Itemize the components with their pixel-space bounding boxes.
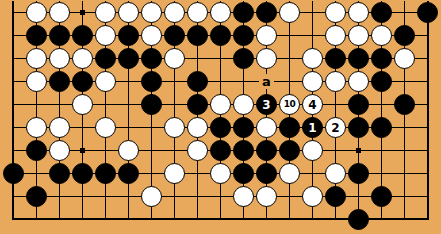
black-stone (3, 163, 24, 184)
white-stone (164, 2, 185, 23)
board-point-19-7 (416, 139, 439, 162)
white-stone (95, 25, 116, 46)
board-point-4-7 (71, 139, 94, 162)
white-stone (325, 2, 346, 23)
board-point-16-1 (347, 1, 370, 24)
board-point-18-10 (393, 208, 416, 231)
board-point-10-6 (209, 116, 232, 139)
board-point-2-4 (25, 70, 48, 93)
board-point-18-5 (393, 93, 416, 116)
board-point-10-3 (209, 47, 232, 70)
black-stone (279, 140, 300, 161)
black-stone (118, 48, 139, 69)
board-point-19-5 (416, 93, 439, 116)
board-point-4-4 (71, 70, 94, 93)
board-point-2-3 (25, 47, 48, 70)
board-point-17-3 (370, 47, 393, 70)
board-point-8-6 (163, 116, 186, 139)
black-stone (141, 71, 162, 92)
white-stone (118, 2, 139, 23)
white-stone (233, 94, 254, 115)
board-point-12-2 (255, 24, 278, 47)
board-point-1-1 (2, 1, 25, 24)
board-point-11-9 (232, 185, 255, 208)
black-stone (26, 25, 47, 46)
board-point-3-1 (48, 1, 71, 24)
board-point-5-3 (94, 47, 117, 70)
board-point-3-7 (48, 139, 71, 162)
board-point-13-1 (278, 1, 301, 24)
black-stone (95, 48, 116, 69)
board-point-6-7 (117, 139, 140, 162)
board-point-3-3 (48, 47, 71, 70)
board-point-7-9 (140, 185, 163, 208)
board-point-8-3 (163, 47, 186, 70)
black-stone (118, 163, 139, 184)
board-point-13-2 (278, 24, 301, 47)
board-point-15-2 (324, 24, 347, 47)
board-point-12-3 (255, 47, 278, 70)
board-point-12-8 (255, 162, 278, 185)
board-point-3-6 (48, 116, 71, 139)
board-point-18-9 (393, 185, 416, 208)
white-stone (72, 94, 93, 115)
board-point-19-9 (416, 185, 439, 208)
board-point-12-5: 3 (255, 93, 278, 116)
black-stone (256, 2, 277, 23)
black-stone (279, 117, 300, 138)
board-point-19-4 (416, 70, 439, 93)
white-stone (325, 25, 346, 46)
board-point-9-7 (186, 139, 209, 162)
board-point-6-9 (117, 185, 140, 208)
board-point-4-8 (71, 162, 94, 185)
board-point-19-8 (416, 162, 439, 185)
board-point-10-7 (209, 139, 232, 162)
black-stone (187, 25, 208, 46)
board-point-8-1 (163, 1, 186, 24)
black-stone (187, 71, 208, 92)
board-point-8-4 (163, 70, 186, 93)
black-stone (210, 140, 231, 161)
board-point-15-10 (324, 208, 347, 231)
board-point-8-2 (163, 24, 186, 47)
white-stone-move-10: 10 (279, 94, 300, 115)
black-stone (49, 71, 70, 92)
white-stone (49, 48, 70, 69)
black-stone (72, 25, 93, 46)
board-point-9-5 (186, 93, 209, 116)
board-point-17-8 (370, 162, 393, 185)
black-stone (348, 163, 369, 184)
black-stone (118, 25, 139, 46)
white-stone (279, 2, 300, 23)
black-stone (233, 25, 254, 46)
white-stone (95, 117, 116, 138)
board-point-6-10 (117, 208, 140, 231)
board-point-5-4 (94, 70, 117, 93)
black-stone (417, 2, 438, 23)
board-point-8-8 (163, 162, 186, 185)
board-point-7-3 (140, 47, 163, 70)
black-stone (371, 2, 392, 23)
board-point-14-2 (301, 24, 324, 47)
board-point-17-2 (370, 24, 393, 47)
board-point-7-7 (140, 139, 163, 162)
black-stone (348, 117, 369, 138)
black-stone (233, 117, 254, 138)
white-stone (210, 163, 231, 184)
board-point-9-2 (186, 24, 209, 47)
board-point-8-7 (163, 139, 186, 162)
board-point-5-1 (94, 1, 117, 24)
black-stone (256, 140, 277, 161)
board-point-7-4 (140, 70, 163, 93)
black-stone (49, 163, 70, 184)
board-point-15-4 (324, 70, 347, 93)
black-stone (325, 186, 346, 207)
white-stone (302, 140, 323, 161)
white-stone (348, 2, 369, 23)
board-point-4-9 (71, 185, 94, 208)
board-point-2-6 (25, 116, 48, 139)
board-point-13-10 (278, 208, 301, 231)
board-point-7-1 (140, 1, 163, 24)
board-point-18-3 (393, 47, 416, 70)
black-stone (187, 94, 208, 115)
black-stone-move-1: 1 (302, 117, 323, 138)
black-stone (95, 163, 116, 184)
board-point-9-3 (186, 47, 209, 70)
board-point-7-8 (140, 162, 163, 185)
board-point-14-6: 1 (301, 116, 324, 139)
black-stone (72, 71, 93, 92)
board-point-1-7 (2, 139, 25, 162)
board-point-3-8 (48, 162, 71, 185)
white-stone (302, 186, 323, 207)
board-point-5-2 (94, 24, 117, 47)
board-point-11-7 (232, 139, 255, 162)
board-point-4-5 (71, 93, 94, 116)
board-point-1-2 (2, 24, 25, 47)
board-point-10-4 (209, 70, 232, 93)
board-point-9-9 (186, 185, 209, 208)
board-point-18-1 (393, 1, 416, 24)
board-point-4-1 (71, 1, 94, 24)
board-point-1-3 (2, 47, 25, 70)
board-point-11-4 (232, 70, 255, 93)
board-point-15-5 (324, 93, 347, 116)
white-stone (325, 71, 346, 92)
white-stone (187, 140, 208, 161)
black-stone (233, 48, 254, 69)
black-stone (371, 117, 392, 138)
board-point-4-3 (71, 47, 94, 70)
board-point-4-10 (71, 208, 94, 231)
board-point-12-9 (255, 185, 278, 208)
white-stone (256, 48, 277, 69)
board-point-16-5 (347, 93, 370, 116)
board-point-1-4 (2, 70, 25, 93)
board-point-9-8 (186, 162, 209, 185)
board-point-19-2 (416, 24, 439, 47)
white-stone (348, 25, 369, 46)
white-stone (141, 25, 162, 46)
board-point-9-10 (186, 208, 209, 231)
black-stone (233, 2, 254, 23)
white-stone-move-2: 2 (325, 117, 346, 138)
white-stone (26, 117, 47, 138)
board-point-4-6 (71, 116, 94, 139)
board-point-18-2 (393, 24, 416, 47)
board-point-4-2 (71, 24, 94, 47)
board-point-16-9 (347, 185, 370, 208)
white-stone (95, 2, 116, 23)
board-point-6-8 (117, 162, 140, 185)
white-stone-move-4: 4 (302, 94, 323, 115)
board-point-17-10 (370, 208, 393, 231)
black-stone (371, 48, 392, 69)
white-stone (187, 2, 208, 23)
board-point-17-5 (370, 93, 393, 116)
hoshi-marker (80, 148, 85, 153)
white-stone (302, 48, 323, 69)
white-stone (302, 71, 323, 92)
board-point-2-9 (25, 185, 48, 208)
board-point-5-5 (94, 93, 117, 116)
board-point-15-8 (324, 162, 347, 185)
board-point-5-10 (94, 208, 117, 231)
board-point-17-7 (370, 139, 393, 162)
board-point-3-5 (48, 93, 71, 116)
board-point-15-6: 2 (324, 116, 347, 139)
board-point-12-10 (255, 208, 278, 231)
board-point-1-5 (2, 93, 25, 116)
point-label-a: a (259, 74, 274, 89)
board-point-3-10 (48, 208, 71, 231)
white-stone (26, 2, 47, 23)
board-point-10-10 (209, 208, 232, 231)
white-stone (49, 117, 70, 138)
board-point-18-6 (393, 116, 416, 139)
black-stone (210, 117, 231, 138)
board-point-8-5 (163, 93, 186, 116)
board-point-5-8 (94, 162, 117, 185)
black-stone (394, 25, 415, 46)
board-point-19-1 (416, 1, 439, 24)
white-stone (210, 2, 231, 23)
black-stone (371, 186, 392, 207)
black-stone (141, 94, 162, 115)
board-point-7-10 (140, 208, 163, 231)
board-point-3-2 (48, 24, 71, 47)
board-point-15-9 (324, 185, 347, 208)
black-stone (233, 140, 254, 161)
board-point-9-4 (186, 70, 209, 93)
board-point-13-4 (278, 70, 301, 93)
go-diagram: a310412 (0, 0, 441, 234)
white-stone (49, 140, 70, 161)
hoshi-marker (356, 148, 361, 153)
board-point-2-8 (25, 162, 48, 185)
board-point-11-2 (232, 24, 255, 47)
board-point-7-6 (140, 116, 163, 139)
board-point-13-9 (278, 185, 301, 208)
white-stone (49, 2, 70, 23)
board-point-2-2 (25, 24, 48, 47)
white-stone (164, 48, 185, 69)
board-point-6-1 (117, 1, 140, 24)
white-stone (95, 71, 116, 92)
black-stone (141, 48, 162, 69)
board-point-19-3 (416, 47, 439, 70)
board-point-12-1 (255, 1, 278, 24)
board-point-19-10 (416, 208, 439, 231)
board-point-11-1 (232, 1, 255, 24)
board-point-11-8 (232, 162, 255, 185)
black-stone (233, 163, 254, 184)
board-point-13-5: 10 (278, 93, 301, 116)
board-point-18-8 (393, 162, 416, 185)
board-point-6-3 (117, 47, 140, 70)
board-point-5-6 (94, 116, 117, 139)
board-point-6-5 (117, 93, 140, 116)
board-point-7-2 (140, 24, 163, 47)
board-point-15-1 (324, 1, 347, 24)
board-point-13-8 (278, 162, 301, 185)
board-point-13-3 (278, 47, 301, 70)
board-point-1-10 (2, 208, 25, 231)
black-stone (164, 25, 185, 46)
board-point-8-10 (163, 208, 186, 231)
board-point-14-9 (301, 185, 324, 208)
board-point-15-3 (324, 47, 347, 70)
board-point-5-9 (94, 185, 117, 208)
board-point-5-7 (94, 139, 117, 162)
board-point-1-6 (2, 116, 25, 139)
board-point-12-6 (255, 116, 278, 139)
white-stone (256, 186, 277, 207)
board-point-9-6 (186, 116, 209, 139)
black-stone (72, 163, 93, 184)
board-point-18-4 (393, 70, 416, 93)
board-point-11-6 (232, 116, 255, 139)
board-point-6-6 (117, 116, 140, 139)
white-stone (141, 2, 162, 23)
board-point-12-7 (255, 139, 278, 162)
black-stone (394, 94, 415, 115)
board-point-11-3 (232, 47, 255, 70)
board-point-10-2 (209, 24, 232, 47)
board-point-17-6 (370, 116, 393, 139)
white-stone (164, 163, 185, 184)
board-point-6-4 (117, 70, 140, 93)
white-stone (210, 94, 231, 115)
board-point-16-3 (347, 47, 370, 70)
board-point-15-7 (324, 139, 347, 162)
black-stone (210, 25, 231, 46)
white-stone (26, 48, 47, 69)
board-point-2-5 (25, 93, 48, 116)
board-point-16-6 (347, 116, 370, 139)
board-point-14-3 (301, 47, 324, 70)
black-stone (348, 209, 369, 230)
board-point-2-1 (25, 1, 48, 24)
board-point-9-1 (186, 1, 209, 24)
black-stone (49, 25, 70, 46)
board-point-10-8 (209, 162, 232, 185)
board-point-17-9 (370, 185, 393, 208)
black-stone-move-3: 3 (256, 94, 277, 115)
black-stone (371, 71, 392, 92)
board-point-16-8 (347, 162, 370, 185)
board-point-18-7 (393, 139, 416, 162)
white-stone (118, 140, 139, 161)
board-point-2-10 (25, 208, 48, 231)
board-point-10-1 (209, 1, 232, 24)
go-board: a310412 (2, 1, 439, 231)
black-stone (256, 163, 277, 184)
black-stone (26, 140, 47, 161)
board-point-10-5 (209, 93, 232, 116)
board-point-12-4: a (255, 70, 278, 93)
board-point-13-7 (278, 139, 301, 162)
white-stone (394, 48, 415, 69)
board-point-3-9 (48, 185, 71, 208)
white-stone (256, 117, 277, 138)
black-stone (348, 48, 369, 69)
white-stone (233, 186, 254, 207)
white-stone (256, 25, 277, 46)
white-stone (141, 186, 162, 207)
board-point-11-10 (232, 208, 255, 231)
board-point-14-1 (301, 1, 324, 24)
board-point-14-10 (301, 208, 324, 231)
hoshi-marker (80, 10, 85, 15)
board-point-3-4 (48, 70, 71, 93)
board-point-19-6 (416, 116, 439, 139)
white-stone (26, 71, 47, 92)
black-stone (325, 48, 346, 69)
board-point-10-9 (209, 185, 232, 208)
board-point-16-2 (347, 24, 370, 47)
board-point-16-4 (347, 70, 370, 93)
board-point-14-5: 4 (301, 93, 324, 116)
white-stone (187, 117, 208, 138)
white-stone (164, 117, 185, 138)
white-stone (72, 48, 93, 69)
white-stone (348, 71, 369, 92)
board-point-8-9 (163, 185, 186, 208)
board-point-17-4 (370, 70, 393, 93)
white-stone (325, 163, 346, 184)
board-point-11-5 (232, 93, 255, 116)
board-point-14-4 (301, 70, 324, 93)
board-point-17-1 (370, 1, 393, 24)
board-point-7-5 (140, 93, 163, 116)
black-stone (26, 186, 47, 207)
board-point-1-9 (2, 185, 25, 208)
board-point-16-10 (347, 208, 370, 231)
board-point-14-7 (301, 139, 324, 162)
board-point-2-7 (25, 139, 48, 162)
board-point-13-6 (278, 116, 301, 139)
board-point-6-2 (117, 24, 140, 47)
board-point-16-7 (347, 139, 370, 162)
white-stone (279, 163, 300, 184)
black-stone (348, 94, 369, 115)
board-point-14-8 (301, 162, 324, 185)
